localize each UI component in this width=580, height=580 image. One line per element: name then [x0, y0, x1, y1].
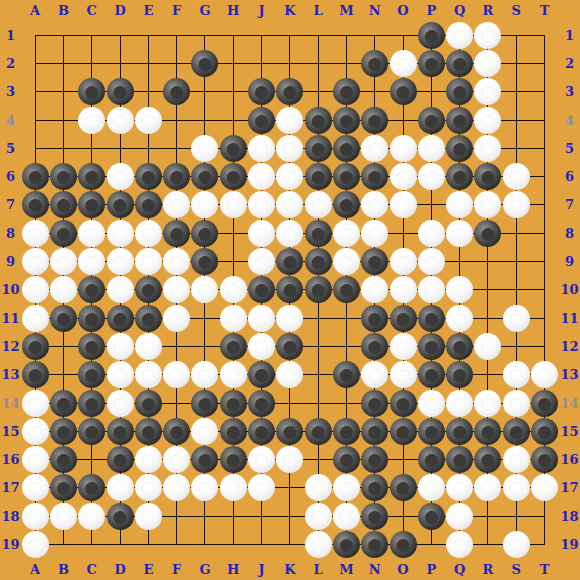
- intersection-A3[interactable]: [21, 78, 49, 106]
- intersection-M2[interactable]: [332, 49, 360, 77]
- intersection-N15[interactable]: ●: [361, 417, 389, 445]
- intersection-K15[interactable]: ●: [276, 417, 304, 445]
- intersection-D2[interactable]: [106, 49, 134, 77]
- intersection-Q19[interactable]: ○: [445, 530, 473, 558]
- intersection-S9[interactable]: [502, 247, 530, 275]
- intersection-K19[interactable]: [276, 530, 304, 558]
- intersection-Q3[interactable]: ●: [445, 78, 473, 106]
- intersection-B4[interactable]: [49, 106, 77, 134]
- intersection-J7[interactable]: ○: [247, 191, 275, 219]
- intersection-K10[interactable]: ●: [276, 276, 304, 304]
- intersection-K9[interactable]: ●: [276, 247, 304, 275]
- intersection-G12[interactable]: [191, 332, 219, 360]
- intersection-R8[interactable]: ●: [474, 219, 502, 247]
- intersection-B1[interactable]: [49, 21, 77, 49]
- intersection-R6[interactable]: ●: [474, 162, 502, 190]
- intersection-A14[interactable]: ○: [21, 389, 49, 417]
- intersection-B3[interactable]: [49, 78, 77, 106]
- intersection-B19[interactable]: [49, 530, 77, 558]
- intersection-R17[interactable]: ○: [474, 474, 502, 502]
- intersection-E3[interactable]: [134, 78, 162, 106]
- intersection-F12[interactable]: [162, 332, 190, 360]
- intersection-E4[interactable]: ○: [134, 106, 162, 134]
- intersection-A10[interactable]: ○: [21, 276, 49, 304]
- intersection-P2[interactable]: ●: [417, 49, 445, 77]
- intersection-J11[interactable]: ○: [247, 304, 275, 332]
- intersection-Q1[interactable]: ○: [445, 21, 473, 49]
- intersection-F18[interactable]: [162, 502, 190, 530]
- intersection-M11[interactable]: [332, 304, 360, 332]
- intersection-B14[interactable]: ●: [49, 389, 77, 417]
- intersection-G9[interactable]: ●: [191, 247, 219, 275]
- intersection-M19[interactable]: ●: [332, 530, 360, 558]
- intersection-P4[interactable]: ●: [417, 106, 445, 134]
- intersection-N2[interactable]: ●: [361, 49, 389, 77]
- intersection-T9[interactable]: [530, 247, 558, 275]
- intersection-S3[interactable]: [502, 78, 530, 106]
- intersection-Q7[interactable]: ○: [445, 191, 473, 219]
- intersection-Q8[interactable]: ○: [445, 219, 473, 247]
- intersection-O9[interactable]: ○: [389, 247, 417, 275]
- intersection-G1[interactable]: [191, 21, 219, 49]
- intersection-O19[interactable]: ●: [389, 530, 417, 558]
- intersection-R16[interactable]: ●: [474, 445, 502, 473]
- intersection-D1[interactable]: [106, 21, 134, 49]
- intersection-C11[interactable]: ●: [78, 304, 106, 332]
- intersection-F2[interactable]: [162, 49, 190, 77]
- intersection-H10[interactable]: ○: [219, 276, 247, 304]
- intersection-H11[interactable]: ○: [219, 304, 247, 332]
- intersection-C6[interactable]: ●: [78, 162, 106, 190]
- intersection-P9[interactable]: ○: [417, 247, 445, 275]
- intersection-M9[interactable]: ○: [332, 247, 360, 275]
- intersection-O2[interactable]: ○: [389, 49, 417, 77]
- intersection-Q6[interactable]: ●: [445, 162, 473, 190]
- intersection-D3[interactable]: ●: [106, 78, 134, 106]
- intersection-S16[interactable]: ○: [502, 445, 530, 473]
- intersection-F5[interactable]: [162, 134, 190, 162]
- intersection-D13[interactable]: ○: [106, 361, 134, 389]
- intersection-G18[interactable]: [191, 502, 219, 530]
- intersection-O8[interactable]: [389, 219, 417, 247]
- intersection-N6[interactable]: ●: [361, 162, 389, 190]
- intersection-A13[interactable]: ●: [21, 361, 49, 389]
- intersection-A4[interactable]: [21, 106, 49, 134]
- intersection-O1[interactable]: [389, 21, 417, 49]
- intersection-S12[interactable]: [502, 332, 530, 360]
- intersection-B17[interactable]: ●: [49, 474, 77, 502]
- intersection-S10[interactable]: [502, 276, 530, 304]
- intersection-P8[interactable]: ○: [417, 219, 445, 247]
- intersection-C15[interactable]: ●: [78, 417, 106, 445]
- intersection-C3[interactable]: ●: [78, 78, 106, 106]
- intersection-N9[interactable]: ●: [361, 247, 389, 275]
- intersection-K1[interactable]: [276, 21, 304, 49]
- intersection-O6[interactable]: ○: [389, 162, 417, 190]
- intersection-H1[interactable]: [219, 21, 247, 49]
- intersection-N12[interactable]: ●: [361, 332, 389, 360]
- intersection-E11[interactable]: ●: [134, 304, 162, 332]
- intersection-L10[interactable]: ●: [304, 276, 332, 304]
- intersection-T12[interactable]: [530, 332, 558, 360]
- intersection-C17[interactable]: ●: [78, 474, 106, 502]
- intersection-L8[interactable]: ●: [304, 219, 332, 247]
- intersection-T17[interactable]: ○: [530, 474, 558, 502]
- intersection-R10[interactable]: [474, 276, 502, 304]
- intersection-J14[interactable]: ●: [247, 389, 275, 417]
- intersection-P13[interactable]: ●: [417, 361, 445, 389]
- intersection-M6[interactable]: ●: [332, 162, 360, 190]
- intersection-J17[interactable]: ○: [247, 474, 275, 502]
- intersection-D15[interactable]: ●: [106, 417, 134, 445]
- intersection-S15[interactable]: ●: [502, 417, 530, 445]
- intersection-B9[interactable]: ○: [49, 247, 77, 275]
- intersection-F1[interactable]: [162, 21, 190, 49]
- intersection-E10[interactable]: ●: [134, 276, 162, 304]
- intersection-O13[interactable]: ○: [389, 361, 417, 389]
- intersection-G10[interactable]: ○: [191, 276, 219, 304]
- intersection-A8[interactable]: ○: [21, 219, 49, 247]
- intersection-F17[interactable]: ○: [162, 474, 190, 502]
- intersection-J5[interactable]: ○: [247, 134, 275, 162]
- intersection-P1[interactable]: ●: [417, 21, 445, 49]
- intersection-T2[interactable]: [530, 49, 558, 77]
- intersection-K11[interactable]: ○: [276, 304, 304, 332]
- intersection-T4[interactable]: [530, 106, 558, 134]
- intersection-C8[interactable]: ○: [78, 219, 106, 247]
- intersection-H18[interactable]: [219, 502, 247, 530]
- intersection-E5[interactable]: [134, 134, 162, 162]
- intersection-E15[interactable]: ●: [134, 417, 162, 445]
- intersection-J18[interactable]: [247, 502, 275, 530]
- intersection-L11[interactable]: [304, 304, 332, 332]
- intersection-K14[interactable]: [276, 389, 304, 417]
- intersection-R4[interactable]: ○: [474, 106, 502, 134]
- intersection-D7[interactable]: ●: [106, 191, 134, 219]
- intersection-N16[interactable]: ●: [361, 445, 389, 473]
- intersection-B18[interactable]: ○: [49, 502, 77, 530]
- intersection-N5[interactable]: ○: [361, 134, 389, 162]
- intersection-C13[interactable]: ●: [78, 361, 106, 389]
- intersection-P3[interactable]: [417, 78, 445, 106]
- intersection-M17[interactable]: ○: [332, 474, 360, 502]
- intersection-M1[interactable]: [332, 21, 360, 49]
- intersection-A16[interactable]: ○: [21, 445, 49, 473]
- intersection-Q17[interactable]: ○: [445, 474, 473, 502]
- intersection-J2[interactable]: [247, 49, 275, 77]
- intersection-G14[interactable]: ●: [191, 389, 219, 417]
- intersection-O12[interactable]: ○: [389, 332, 417, 360]
- intersection-N10[interactable]: ○: [361, 276, 389, 304]
- intersection-S2[interactable]: [502, 49, 530, 77]
- intersection-S1[interactable]: [502, 21, 530, 49]
- intersection-F9[interactable]: ○: [162, 247, 190, 275]
- intersection-L12[interactable]: [304, 332, 332, 360]
- intersection-P6[interactable]: ○: [417, 162, 445, 190]
- intersection-G17[interactable]: ○: [191, 474, 219, 502]
- intersection-F7[interactable]: ○: [162, 191, 190, 219]
- intersection-B12[interactable]: [49, 332, 77, 360]
- intersection-S5[interactable]: [502, 134, 530, 162]
- intersection-F8[interactable]: ●: [162, 219, 190, 247]
- intersection-L19[interactable]: ○: [304, 530, 332, 558]
- intersection-F13[interactable]: ○: [162, 361, 190, 389]
- intersection-G2[interactable]: ●: [191, 49, 219, 77]
- intersection-Q10[interactable]: ○: [445, 276, 473, 304]
- intersection-D18[interactable]: ●: [106, 502, 134, 530]
- intersection-C16[interactable]: [78, 445, 106, 473]
- intersection-T10[interactable]: [530, 276, 558, 304]
- intersection-Q15[interactable]: ●: [445, 417, 473, 445]
- intersection-E18[interactable]: ○: [134, 502, 162, 530]
- intersection-R2[interactable]: ○: [474, 49, 502, 77]
- intersection-F16[interactable]: ○: [162, 445, 190, 473]
- intersection-L3[interactable]: [304, 78, 332, 106]
- intersection-O7[interactable]: ○: [389, 191, 417, 219]
- intersection-O10[interactable]: ○: [389, 276, 417, 304]
- intersection-A18[interactable]: ○: [21, 502, 49, 530]
- intersection-N8[interactable]: ○: [361, 219, 389, 247]
- intersection-B13[interactable]: [49, 361, 77, 389]
- intersection-P11[interactable]: ●: [417, 304, 445, 332]
- intersection-P10[interactable]: ○: [417, 276, 445, 304]
- intersection-R14[interactable]: ○: [474, 389, 502, 417]
- intersection-M16[interactable]: ●: [332, 445, 360, 473]
- intersection-T7[interactable]: [530, 191, 558, 219]
- intersection-H16[interactable]: ●: [219, 445, 247, 473]
- intersection-K8[interactable]: ○: [276, 219, 304, 247]
- intersection-D6[interactable]: ○: [106, 162, 134, 190]
- intersection-T16[interactable]: ●: [530, 445, 558, 473]
- intersection-R11[interactable]: [474, 304, 502, 332]
- intersection-S4[interactable]: [502, 106, 530, 134]
- intersection-H4[interactable]: [219, 106, 247, 134]
- intersection-M3[interactable]: ●: [332, 78, 360, 106]
- intersection-F15[interactable]: ●: [162, 417, 190, 445]
- intersection-J4[interactable]: ●: [247, 106, 275, 134]
- intersection-R3[interactable]: ○: [474, 78, 502, 106]
- intersection-Q16[interactable]: ●: [445, 445, 473, 473]
- intersection-J10[interactable]: ●: [247, 276, 275, 304]
- intersection-N18[interactable]: ●: [361, 502, 389, 530]
- intersection-J12[interactable]: ○: [247, 332, 275, 360]
- intersection-C12[interactable]: ●: [78, 332, 106, 360]
- intersection-L13[interactable]: [304, 361, 332, 389]
- intersection-H7[interactable]: ○: [219, 191, 247, 219]
- intersection-M12[interactable]: [332, 332, 360, 360]
- intersection-H3[interactable]: [219, 78, 247, 106]
- intersection-O14[interactable]: ●: [389, 389, 417, 417]
- intersection-P12[interactable]: ●: [417, 332, 445, 360]
- intersection-G8[interactable]: ●: [191, 219, 219, 247]
- intersection-Q18[interactable]: ○: [445, 502, 473, 530]
- intersection-E19[interactable]: [134, 530, 162, 558]
- intersection-C14[interactable]: ●: [78, 389, 106, 417]
- intersection-H15[interactable]: ●: [219, 417, 247, 445]
- intersection-D5[interactable]: [106, 134, 134, 162]
- intersection-L2[interactable]: [304, 49, 332, 77]
- intersection-Q11[interactable]: ○: [445, 304, 473, 332]
- intersection-L1[interactable]: [304, 21, 332, 49]
- intersection-G3[interactable]: [191, 78, 219, 106]
- intersection-A12[interactable]: ●: [21, 332, 49, 360]
- intersection-H5[interactable]: ●: [219, 134, 247, 162]
- intersection-O15[interactable]: ●: [389, 417, 417, 445]
- intersection-O4[interactable]: [389, 106, 417, 134]
- intersection-F4[interactable]: [162, 106, 190, 134]
- intersection-B10[interactable]: ○: [49, 276, 77, 304]
- intersection-J19[interactable]: [247, 530, 275, 558]
- intersection-N7[interactable]: ○: [361, 191, 389, 219]
- intersection-P7[interactable]: [417, 191, 445, 219]
- intersection-S18[interactable]: [502, 502, 530, 530]
- intersection-C9[interactable]: ○: [78, 247, 106, 275]
- intersection-S17[interactable]: ○: [502, 474, 530, 502]
- intersection-C18[interactable]: ○: [78, 502, 106, 530]
- intersection-J9[interactable]: ○: [247, 247, 275, 275]
- intersection-G6[interactable]: ●: [191, 162, 219, 190]
- intersection-J16[interactable]: ○: [247, 445, 275, 473]
- intersection-A19[interactable]: ○: [21, 530, 49, 558]
- intersection-T15[interactable]: ●: [530, 417, 558, 445]
- intersection-S11[interactable]: ○: [502, 304, 530, 332]
- intersection-K5[interactable]: ○: [276, 134, 304, 162]
- intersection-R7[interactable]: ○: [474, 191, 502, 219]
- intersection-N14[interactable]: ●: [361, 389, 389, 417]
- intersection-E6[interactable]: ●: [134, 162, 162, 190]
- intersection-R19[interactable]: [474, 530, 502, 558]
- intersection-J6[interactable]: ○: [247, 162, 275, 190]
- intersection-C4[interactable]: ○: [78, 106, 106, 134]
- intersection-G15[interactable]: ○: [191, 417, 219, 445]
- intersection-T6[interactable]: [530, 162, 558, 190]
- intersection-K4[interactable]: ○: [276, 106, 304, 134]
- intersection-T11[interactable]: [530, 304, 558, 332]
- intersection-G7[interactable]: ○: [191, 191, 219, 219]
- intersection-C1[interactable]: [78, 21, 106, 49]
- intersection-D19[interactable]: [106, 530, 134, 558]
- intersection-O18[interactable]: [389, 502, 417, 530]
- intersection-R15[interactable]: ●: [474, 417, 502, 445]
- intersection-S19[interactable]: ○: [502, 530, 530, 558]
- intersection-J15[interactable]: ●: [247, 417, 275, 445]
- intersection-G4[interactable]: [191, 106, 219, 134]
- intersection-Q9[interactable]: [445, 247, 473, 275]
- intersection-P15[interactable]: ●: [417, 417, 445, 445]
- intersection-M10[interactable]: ●: [332, 276, 360, 304]
- intersection-N17[interactable]: ●: [361, 474, 389, 502]
- intersection-M13[interactable]: ●: [332, 361, 360, 389]
- intersection-K18[interactable]: [276, 502, 304, 530]
- intersection-H13[interactable]: ○: [219, 361, 247, 389]
- intersection-T19[interactable]: [530, 530, 558, 558]
- intersection-J3[interactable]: ●: [247, 78, 275, 106]
- intersection-O5[interactable]: ○: [389, 134, 417, 162]
- intersection-Q5[interactable]: ●: [445, 134, 473, 162]
- intersection-Q12[interactable]: ●: [445, 332, 473, 360]
- intersection-G11[interactable]: [191, 304, 219, 332]
- intersection-A9[interactable]: ○: [21, 247, 49, 275]
- intersection-T1[interactable]: [530, 21, 558, 49]
- intersection-K2[interactable]: [276, 49, 304, 77]
- intersection-N3[interactable]: [361, 78, 389, 106]
- intersection-B6[interactable]: ●: [49, 162, 77, 190]
- intersection-H19[interactable]: [219, 530, 247, 558]
- intersection-E16[interactable]: ○: [134, 445, 162, 473]
- intersection-G19[interactable]: [191, 530, 219, 558]
- intersection-L17[interactable]: ○: [304, 474, 332, 502]
- intersection-E1[interactable]: [134, 21, 162, 49]
- intersection-M14[interactable]: [332, 389, 360, 417]
- intersection-D16[interactable]: ●: [106, 445, 134, 473]
- intersection-F10[interactable]: ○: [162, 276, 190, 304]
- intersection-C5[interactable]: [78, 134, 106, 162]
- intersection-O17[interactable]: ●: [389, 474, 417, 502]
- intersection-K12[interactable]: ●: [276, 332, 304, 360]
- intersection-D12[interactable]: ○: [106, 332, 134, 360]
- intersection-B5[interactable]: [49, 134, 77, 162]
- intersection-G5[interactable]: ○: [191, 134, 219, 162]
- intersection-E13[interactable]: ○: [134, 361, 162, 389]
- intersection-S13[interactable]: ○: [502, 361, 530, 389]
- intersection-D14[interactable]: ○: [106, 389, 134, 417]
- intersection-E12[interactable]: ○: [134, 332, 162, 360]
- intersection-C7[interactable]: ●: [78, 191, 106, 219]
- intersection-E17[interactable]: ○: [134, 474, 162, 502]
- intersection-T8[interactable]: [530, 219, 558, 247]
- intersection-S8[interactable]: [502, 219, 530, 247]
- intersection-D17[interactable]: ○: [106, 474, 134, 502]
- intersection-Q2[interactable]: ●: [445, 49, 473, 77]
- intersection-R13[interactable]: [474, 361, 502, 389]
- intersection-H9[interactable]: [219, 247, 247, 275]
- intersection-D11[interactable]: ●: [106, 304, 134, 332]
- intersection-A15[interactable]: ○: [21, 417, 49, 445]
- intersection-B16[interactable]: ●: [49, 445, 77, 473]
- intersection-B11[interactable]: ●: [49, 304, 77, 332]
- intersection-F14[interactable]: [162, 389, 190, 417]
- intersection-P19[interactable]: [417, 530, 445, 558]
- intersection-J8[interactable]: ○: [247, 219, 275, 247]
- intersection-H12[interactable]: ●: [219, 332, 247, 360]
- intersection-A11[interactable]: ○: [21, 304, 49, 332]
- intersection-N4[interactable]: ●: [361, 106, 389, 134]
- intersection-A1[interactable]: [21, 21, 49, 49]
- intersection-H2[interactable]: [219, 49, 247, 77]
- intersection-B15[interactable]: ●: [49, 417, 77, 445]
- intersection-F11[interactable]: ○: [162, 304, 190, 332]
- intersection-L18[interactable]: ○: [304, 502, 332, 530]
- intersection-E7[interactable]: ●: [134, 191, 162, 219]
- intersection-F19[interactable]: [162, 530, 190, 558]
- intersection-Q4[interactable]: ●: [445, 106, 473, 134]
- intersection-P17[interactable]: ○: [417, 474, 445, 502]
- intersection-A7[interactable]: ●: [21, 191, 49, 219]
- intersection-L14[interactable]: [304, 389, 332, 417]
- intersection-K16[interactable]: ○: [276, 445, 304, 473]
- intersection-T14[interactable]: ●: [530, 389, 558, 417]
- intersection-M7[interactable]: ●: [332, 191, 360, 219]
- intersection-C19[interactable]: [78, 530, 106, 558]
- intersection-T3[interactable]: [530, 78, 558, 106]
- intersection-Q13[interactable]: ●: [445, 361, 473, 389]
- intersection-A2[interactable]: [21, 49, 49, 77]
- intersection-N19[interactable]: ●: [361, 530, 389, 558]
- intersection-K6[interactable]: ○: [276, 162, 304, 190]
- intersection-S7[interactable]: ○: [502, 191, 530, 219]
- intersection-G16[interactable]: ●: [191, 445, 219, 473]
- intersection-M15[interactable]: ●: [332, 417, 360, 445]
